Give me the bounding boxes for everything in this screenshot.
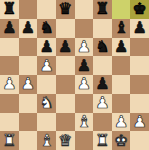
black-king-piece[interactable]: ♚ [133, 1, 147, 17]
square-c5[interactable]: ♟ [37, 56, 56, 75]
square-c6[interactable]: ♟ [37, 38, 56, 57]
square-c1[interactable]: ♝ [37, 131, 56, 150]
square-a4[interactable]: ♟ [0, 75, 19, 94]
square-g4[interactable] [112, 75, 131, 94]
black-pawn-piece[interactable]: ♟ [133, 20, 147, 36]
black-knight-piece[interactable]: ♞ [95, 38, 109, 54]
black-queen-piece[interactable]: ♛ [58, 1, 72, 17]
square-d8[interactable]: ♛ [56, 0, 75, 19]
square-c7[interactable]: ♞ [37, 19, 56, 38]
black-pawn-piece[interactable]: ♟ [77, 57, 91, 73]
square-g5[interactable] [112, 56, 131, 75]
black-pawn-piece[interactable]: ♟ [58, 38, 72, 54]
square-f1[interactable]: ♜ [93, 131, 112, 150]
square-h2[interactable]: ♟ [130, 113, 149, 132]
white-pawn-piece[interactable]: ♟ [114, 113, 128, 129]
white-pawn-piece[interactable]: ♟ [39, 57, 53, 73]
white-bishop-piece[interactable]: ♝ [39, 132, 53, 148]
square-d2[interactable] [56, 113, 75, 132]
black-pawn-piece[interactable]: ♟ [2, 20, 16, 36]
square-h5[interactable] [130, 56, 149, 75]
square-f2[interactable] [93, 113, 112, 132]
square-h1[interactable] [130, 131, 149, 150]
square-a7[interactable]: ♟ [0, 19, 19, 38]
white-pawn-piece[interactable]: ♟ [77, 76, 91, 92]
square-f8[interactable]: ♜ [93, 0, 112, 19]
square-g2[interactable]: ♟ [112, 113, 131, 132]
square-b8[interactable] [19, 0, 38, 19]
square-a8[interactable]: ♜ [0, 0, 19, 19]
square-f6[interactable]: ♞ [93, 38, 112, 57]
square-a2[interactable] [0, 113, 19, 132]
white-pawn-piece[interactable]: ♟ [77, 38, 91, 54]
white-pawn-piece[interactable]: ♟ [133, 113, 147, 129]
square-b6[interactable] [19, 38, 38, 57]
square-e1[interactable] [75, 131, 94, 150]
square-b3[interactable] [19, 94, 38, 113]
square-b1[interactable] [19, 131, 38, 150]
square-f4[interactable]: ♟ [93, 75, 112, 94]
square-g7[interactable]: ♝ [112, 19, 131, 38]
square-d6[interactable]: ♟ [56, 38, 75, 57]
square-e7[interactable] [75, 19, 94, 38]
white-queen-piece[interactable]: ♛ [58, 132, 72, 148]
black-rook-piece[interactable]: ♜ [2, 1, 16, 17]
black-pawn-piece[interactable]: ♟ [95, 76, 109, 92]
white-pawn-piece[interactable]: ♟ [21, 76, 35, 92]
square-c4[interactable] [37, 75, 56, 94]
square-c3[interactable]: ♞ [37, 94, 56, 113]
square-a1[interactable]: ♜ [0, 131, 19, 150]
square-e8[interactable] [75, 0, 94, 19]
square-b5[interactable] [19, 56, 38, 75]
square-a3[interactable] [0, 94, 19, 113]
square-f5[interactable] [93, 56, 112, 75]
square-h7[interactable]: ♟ [130, 19, 149, 38]
black-pawn-piece[interactable]: ♟ [21, 20, 35, 36]
square-d4[interactable] [56, 75, 75, 94]
black-pawn-piece[interactable]: ♟ [39, 38, 53, 54]
white-bishop-piece[interactable]: ♝ [77, 113, 91, 129]
square-g1[interactable]: ♚ [112, 131, 131, 150]
square-h8[interactable]: ♚ [130, 0, 149, 19]
black-knight-piece[interactable]: ♞ [39, 20, 53, 36]
square-c8[interactable] [37, 0, 56, 19]
square-a5[interactable] [0, 56, 19, 75]
white-king-piece[interactable]: ♚ [114, 132, 128, 148]
white-rook-piece[interactable]: ♜ [95, 132, 109, 148]
square-d7[interactable] [56, 19, 75, 38]
square-b4[interactable]: ♟ [19, 75, 38, 94]
square-e3[interactable] [75, 94, 94, 113]
white-pawn-piece[interactable]: ♟ [95, 95, 109, 111]
square-b7[interactable]: ♟ [19, 19, 38, 38]
square-g3[interactable] [112, 94, 131, 113]
square-h6[interactable] [130, 38, 149, 57]
square-e6[interactable]: ♟ [75, 38, 94, 57]
square-h4[interactable] [130, 75, 149, 94]
square-b2[interactable] [19, 113, 38, 132]
square-c2[interactable] [37, 113, 56, 132]
white-pawn-piece[interactable]: ♟ [2, 76, 16, 92]
square-e5[interactable]: ♟ [75, 56, 94, 75]
black-bishop-piece[interactable]: ♝ [114, 20, 128, 36]
square-f3[interactable]: ♟ [93, 94, 112, 113]
square-a6[interactable] [0, 38, 19, 57]
square-e2[interactable]: ♝ [75, 113, 94, 132]
black-rook-piece[interactable]: ♜ [95, 1, 109, 17]
square-g8[interactable] [112, 0, 131, 19]
square-e4[interactable]: ♟ [75, 75, 94, 94]
square-h3[interactable] [130, 94, 149, 113]
square-d5[interactable] [56, 56, 75, 75]
square-f7[interactable] [93, 19, 112, 38]
black-pawn-piece[interactable]: ♟ [114, 38, 128, 54]
white-rook-piece[interactable]: ♜ [2, 132, 16, 148]
white-knight-piece[interactable]: ♞ [39, 95, 53, 111]
square-d1[interactable]: ♛ [56, 131, 75, 150]
chess-board: ♜♛♜♚♟♟♞♝♟♟♟♟♞♟♟♟♟♟♟♟♞♟♝♟♟♜♝♛♜♚ [0, 0, 149, 150]
square-g6[interactable]: ♟ [112, 38, 131, 57]
square-d3[interactable] [56, 94, 75, 113]
